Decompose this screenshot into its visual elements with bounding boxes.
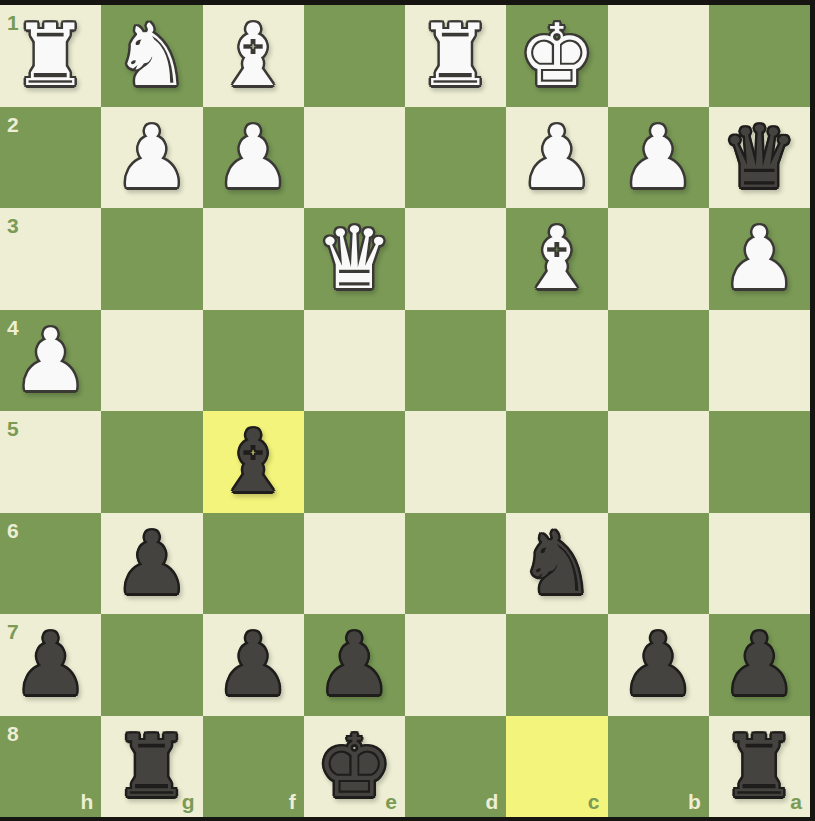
file-label-d: d [485, 791, 498, 812]
square-b3[interactable] [608, 208, 709, 310]
square-a8[interactable]: a♜ [709, 716, 810, 818]
white-knight-icon[interactable]: ♞ [113, 5, 190, 106]
chess-app-frame: 1♜♞♝♜♚2♟♟♟♟♛3♛♝♟4♟5♝6♟♞7♟♟♟♟♟8hg♜fe♚dcba… [0, 0, 815, 821]
file-label-c: c [588, 791, 600, 812]
square-d1[interactable]: ♜ [405, 5, 506, 107]
square-d4[interactable] [405, 310, 506, 412]
square-a1[interactable] [709, 5, 810, 107]
white-bishop-icon[interactable]: ♝ [518, 208, 595, 309]
black-bishop-icon[interactable]: ♝ [215, 411, 292, 512]
square-a4[interactable] [709, 310, 810, 412]
white-pawn-icon[interactable]: ♟ [620, 107, 697, 208]
white-pawn-icon[interactable]: ♟ [721, 208, 798, 309]
black-pawn-icon[interactable]: ♟ [620, 614, 697, 715]
black-king-icon[interactable]: ♚ [316, 716, 393, 817]
square-h4[interactable]: 4♟ [0, 310, 101, 412]
square-a2[interactable]: ♛ [709, 107, 810, 209]
square-e1[interactable] [304, 5, 405, 107]
square-f3[interactable] [203, 208, 304, 310]
white-rook-icon[interactable]: ♜ [12, 5, 89, 106]
white-king-icon[interactable]: ♚ [518, 5, 595, 106]
square-d7[interactable] [405, 614, 506, 716]
square-e2[interactable] [304, 107, 405, 209]
square-b8[interactable]: b [608, 716, 709, 818]
black-queen-icon[interactable]: ♛ [721, 107, 798, 208]
square-f2[interactable]: ♟ [203, 107, 304, 209]
square-a7[interactable]: ♟ [709, 614, 810, 716]
square-d3[interactable] [405, 208, 506, 310]
white-bishop-icon[interactable]: ♝ [215, 5, 292, 106]
black-pawn-icon[interactable]: ♟ [113, 513, 190, 614]
square-f1[interactable]: ♝ [203, 5, 304, 107]
black-rook-icon[interactable]: ♜ [721, 716, 798, 817]
square-c3[interactable]: ♝ [506, 208, 607, 310]
file-label-h: h [80, 791, 93, 812]
square-g4[interactable] [101, 310, 202, 412]
square-g5[interactable] [101, 411, 202, 513]
black-pawn-icon[interactable]: ♟ [215, 614, 292, 715]
black-pawn-icon[interactable]: ♟ [316, 614, 393, 715]
square-g1[interactable]: ♞ [101, 5, 202, 107]
square-g8[interactable]: g♜ [101, 716, 202, 818]
white-rook-icon[interactable]: ♜ [417, 5, 494, 106]
square-e6[interactable] [304, 513, 405, 615]
square-c2[interactable]: ♟ [506, 107, 607, 209]
square-a6[interactable] [709, 513, 810, 615]
square-d8[interactable]: d [405, 716, 506, 818]
square-h1[interactable]: 1♜ [0, 5, 101, 107]
white-pawn-icon[interactable]: ♟ [113, 107, 190, 208]
square-g3[interactable] [101, 208, 202, 310]
square-f4[interactable] [203, 310, 304, 412]
rank-label-8: 8 [7, 723, 19, 744]
square-f6[interactable] [203, 513, 304, 615]
square-h8[interactable]: 8h [0, 716, 101, 818]
square-h7[interactable]: 7♟ [0, 614, 101, 716]
square-h5[interactable]: 5 [0, 411, 101, 513]
square-e4[interactable] [304, 310, 405, 412]
rank-label-3: 3 [7, 215, 19, 236]
file-label-b: b [688, 791, 701, 812]
white-pawn-icon[interactable]: ♟ [12, 310, 89, 411]
square-a3[interactable]: ♟ [709, 208, 810, 310]
rank-label-6: 6 [7, 520, 19, 541]
black-rook-icon[interactable]: ♜ [113, 716, 190, 817]
square-c7[interactable] [506, 614, 607, 716]
square-e7[interactable]: ♟ [304, 614, 405, 716]
file-label-f: f [289, 791, 296, 812]
square-c1[interactable]: ♚ [506, 5, 607, 107]
square-f7[interactable]: ♟ [203, 614, 304, 716]
square-b2[interactable]: ♟ [608, 107, 709, 209]
chess-board[interactable]: 1♜♞♝♜♚2♟♟♟♟♛3♛♝♟4♟5♝6♟♞7♟♟♟♟♟8hg♜fe♚dcba… [0, 5, 810, 817]
square-g6[interactable]: ♟ [101, 513, 202, 615]
square-h6[interactable]: 6 [0, 513, 101, 615]
square-h2[interactable]: 2 [0, 107, 101, 209]
square-d6[interactable] [405, 513, 506, 615]
square-b5[interactable] [608, 411, 709, 513]
square-c8[interactable]: c [506, 716, 607, 818]
square-c5[interactable] [506, 411, 607, 513]
square-b4[interactable] [608, 310, 709, 412]
rank-label-2: 2 [7, 114, 19, 135]
square-g7[interactable] [101, 614, 202, 716]
white-queen-icon[interactable]: ♛ [316, 208, 393, 309]
black-knight-icon[interactable]: ♞ [518, 513, 595, 614]
square-g2[interactable]: ♟ [101, 107, 202, 209]
square-d5[interactable] [405, 411, 506, 513]
black-pawn-icon[interactable]: ♟ [12, 614, 89, 715]
square-b1[interactable] [608, 5, 709, 107]
black-pawn-icon[interactable]: ♟ [721, 614, 798, 715]
square-e8[interactable]: e♚ [304, 716, 405, 818]
square-f5[interactable]: ♝ [203, 411, 304, 513]
square-c4[interactable] [506, 310, 607, 412]
square-c6[interactable]: ♞ [506, 513, 607, 615]
square-e5[interactable] [304, 411, 405, 513]
square-f8[interactable]: f [203, 716, 304, 818]
rank-label-5: 5 [7, 418, 19, 439]
square-b6[interactable] [608, 513, 709, 615]
square-a5[interactable] [709, 411, 810, 513]
white-pawn-icon[interactable]: ♟ [215, 107, 292, 208]
square-h3[interactable]: 3 [0, 208, 101, 310]
square-b7[interactable]: ♟ [608, 614, 709, 716]
white-pawn-icon[interactable]: ♟ [518, 107, 595, 208]
square-d2[interactable] [405, 107, 506, 209]
square-e3[interactable]: ♛ [304, 208, 405, 310]
